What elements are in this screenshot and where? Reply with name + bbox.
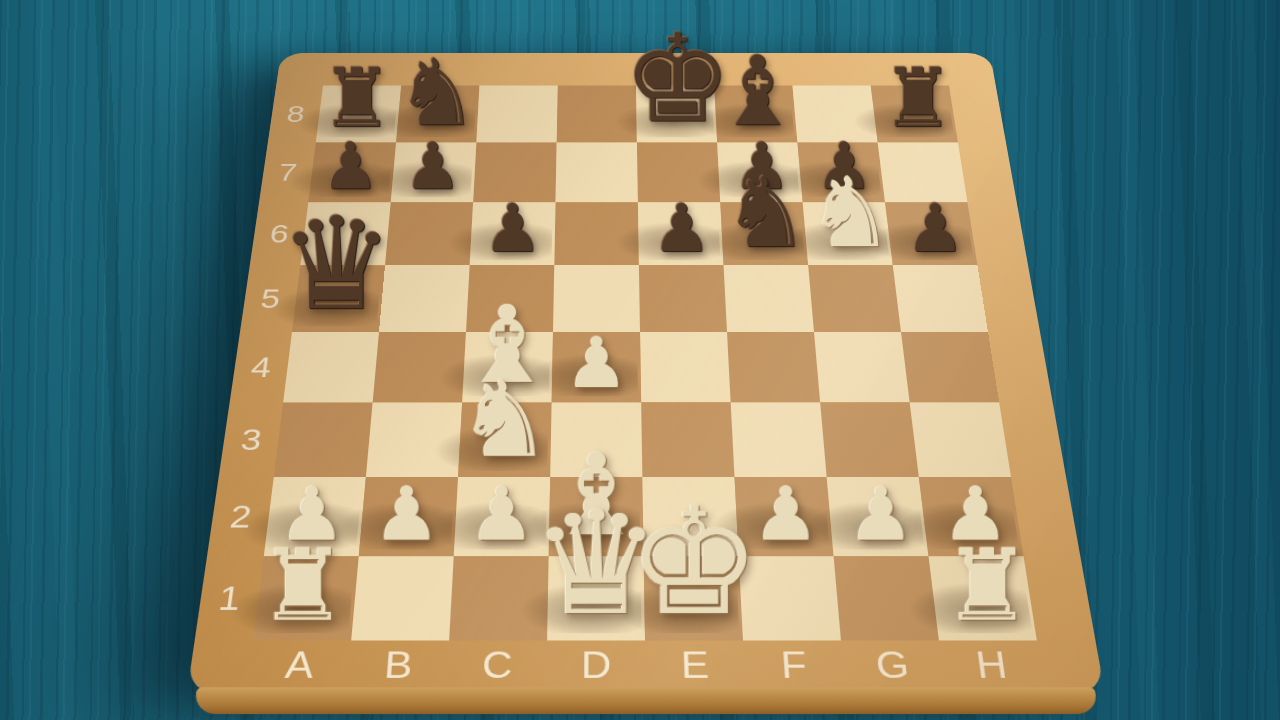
square-g5[interactable] [808, 265, 901, 332]
square-c3[interactable]: ♞ [458, 402, 552, 477]
square-g2[interactable]: ♟ [827, 477, 929, 556]
square-g4[interactable] [814, 332, 910, 402]
square-b7[interactable]: ♟ [391, 142, 477, 202]
black-bishop-f8[interactable]: ♝ [714, 43, 800, 139]
square-a4[interactable] [283, 332, 379, 402]
white-knight-g6[interactable]: ♞ [807, 164, 894, 261]
white-pawn-c2[interactable]: ♟ [468, 477, 534, 551]
black-pawn-h6[interactable]: ♟ [905, 195, 964, 261]
square-f3[interactable] [731, 402, 827, 477]
square-a3[interactable] [274, 402, 373, 477]
black-pawn-b7[interactable]: ♟ [403, 134, 461, 198]
file-label-G: G [841, 644, 944, 687]
square-e1[interactable]: ♚ [644, 556, 743, 640]
file-label-D: D [546, 644, 646, 687]
square-d4[interactable]: ♟ [552, 332, 642, 402]
square-h6[interactable]: ♟ [885, 202, 977, 265]
black-rook-a8[interactable]: ♜ [320, 58, 393, 139]
white-rook-a1[interactable]: ♜ [258, 536, 347, 635]
file-label-B: B [347, 644, 449, 687]
square-g6[interactable]: ♞ [803, 202, 893, 265]
square-b1[interactable] [351, 556, 454, 640]
square-e3[interactable] [641, 402, 734, 477]
black-pawn-c6[interactable]: ♟ [482, 195, 541, 261]
white-rook-h1[interactable]: ♜ [943, 536, 1032, 635]
square-f6[interactable]: ♞ [720, 202, 808, 265]
white-pawn-g2[interactable]: ♟ [847, 477, 913, 551]
square-g3[interactable] [820, 402, 919, 477]
black-pawn-e6[interactable]: ♟ [651, 195, 710, 261]
file-label-A: A [247, 644, 350, 687]
board-front-edge [193, 687, 1099, 714]
square-f4[interactable] [727, 332, 820, 402]
square-h3[interactable] [910, 402, 1011, 477]
white-pawn-b2[interactable]: ♟ [373, 477, 439, 551]
square-e8[interactable]: ♚ [636, 86, 717, 143]
white-pawn-f2[interactable]: ♟ [753, 477, 819, 551]
square-g1[interactable] [834, 556, 939, 640]
square-d6[interactable] [554, 202, 639, 265]
square-a1[interactable]: ♜ [253, 556, 359, 640]
square-h1[interactable]: ♜ [929, 556, 1037, 640]
square-h4[interactable] [901, 332, 999, 402]
file-labels: ABCDEFGH [247, 644, 1044, 687]
square-e4[interactable] [640, 332, 731, 402]
square-c6[interactable]: ♟ [470, 202, 556, 265]
square-h5[interactable] [893, 265, 988, 332]
square-e6[interactable]: ♟ [638, 202, 724, 265]
square-b2[interactable]: ♟ [359, 477, 458, 556]
square-a5[interactable]: ♛ [292, 265, 385, 332]
square-b4[interactable] [373, 332, 466, 402]
board-grid: ♜♞♚♝♜♟♟♟♟♟♟♞♞♟♛♝♟♞♟♟♟♝♟♟♟♜♛♚♜ [253, 86, 1037, 641]
file-label-C: C [447, 644, 547, 687]
rank-label-1: 1 [199, 556, 259, 640]
square-c8[interactable] [476, 86, 557, 143]
black-knight-b8[interactable]: ♞ [395, 47, 478, 139]
black-queen-a5[interactable]: ♛ [279, 200, 394, 328]
chess-board: ♜♞♚♝♜♟♟♟♟♟♟♞♞♟♛♝♟♞♟♟♟♝♟♟♟♜♛♚♜ 87654321 A… [187, 53, 1105, 693]
file-label-E: E [645, 644, 745, 687]
square-e5[interactable] [639, 265, 727, 332]
file-label-H: H [939, 644, 1044, 687]
white-king-e1[interactable]: ♚ [627, 487, 760, 635]
rank-label-4: 4 [234, 332, 288, 402]
square-h8[interactable]: ♜ [871, 86, 958, 143]
black-rook-h8[interactable]: ♜ [881, 58, 954, 139]
square-f5[interactable] [724, 265, 814, 332]
square-d7[interactable] [555, 142, 637, 202]
board-3d-scene: ♜♞♚♝♜♟♟♟♟♟♟♞♞♟♛♝♟♞♟♟♟♝♟♟♟♜♛♚♜ 87654321 A… [0, 0, 1280, 720]
rank-label-3: 3 [223, 402, 279, 477]
white-pawn-d4[interactable]: ♟ [565, 328, 628, 398]
rank-label-8: 8 [272, 86, 320, 143]
square-b6[interactable] [385, 202, 473, 265]
file-label-F: F [743, 644, 845, 687]
square-b3[interactable] [366, 402, 462, 477]
black-knight-f6[interactable]: ♞ [722, 164, 809, 261]
white-knight-c3[interactable]: ♞ [457, 367, 552, 473]
